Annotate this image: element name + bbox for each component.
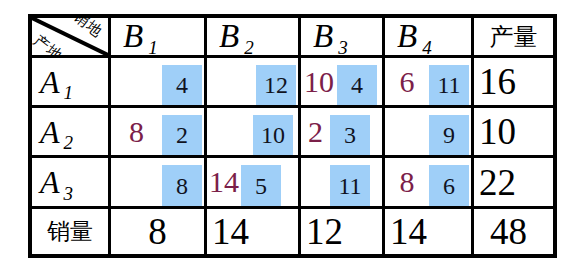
cell-A2-B3: 2 3 <box>301 108 382 155</box>
col-header-sub: 3 <box>338 38 348 55</box>
cell-A3-B3: 11 <box>301 158 382 206</box>
cell-A1-B4: 6 11 <box>385 58 471 105</box>
unit-cost-value: 11 <box>429 65 469 105</box>
demand-B4: 14 <box>385 209 471 254</box>
col-header-B1: B1 <box>111 18 204 55</box>
allocation-value: 6 <box>385 67 429 97</box>
cell-A1-B1: 4 <box>111 58 204 105</box>
cell-A2-B2: 10 <box>207 108 298 155</box>
unit-cost-value: 5 <box>241 165 281 206</box>
grand-total: 48 <box>474 209 553 254</box>
unit-cost-value: 2 <box>162 115 202 155</box>
col-header-base: B <box>219 20 239 53</box>
row-header-A3: A3 <box>32 158 108 206</box>
col-header-B2: B2 <box>207 18 298 55</box>
cell-A1-B3: 10 4 <box>301 58 382 105</box>
row-header-base: A <box>40 116 60 148</box>
cell-A2-B1: 8 2 <box>111 108 204 155</box>
corner-header-cell: 销地 产地 <box>32 18 108 55</box>
row-header-sub: 1 <box>64 83 74 102</box>
cell-A3-B2: 14 5 <box>207 158 298 206</box>
transportation-table: 销地 产地 B1 B2 B3 B4 产量 A1 4 12 10 4 6 11 1… <box>28 14 557 258</box>
cell-A3-B1: 8 <box>111 158 204 206</box>
col-header-sub: 2 <box>244 38 254 55</box>
supply-header-text: 产量 <box>490 21 538 53</box>
allocation-value: 2 <box>301 117 330 147</box>
col-header-B4: B4 <box>385 18 471 55</box>
cell-A1-B2: 12 <box>207 58 298 105</box>
demand-B2: 14 <box>207 209 298 254</box>
col-header-base: B <box>313 20 333 53</box>
supply-A1: 16 <box>474 58 553 105</box>
unit-cost-value: 4 <box>162 65 202 105</box>
col-header-sub: 1 <box>148 38 158 55</box>
row-header-sub: 2 <box>64 133 74 152</box>
unit-cost-value: 11 <box>330 165 370 206</box>
row-header-base: A <box>40 66 60 98</box>
col-header-base: B <box>397 20 417 53</box>
col-header-sub: 4 <box>422 38 432 55</box>
row-header-base: A <box>40 166 60 198</box>
cell-A3-B4: 8 6 <box>385 158 471 206</box>
cell-A2-B4: 9 <box>385 108 471 155</box>
demand-B3: 12 <box>301 209 382 254</box>
demand-B1: 8 <box>111 209 204 254</box>
unit-cost-value: 6 <box>429 165 469 206</box>
unit-cost-value: 4 <box>337 65 377 105</box>
allocation-value: 8 <box>111 117 162 147</box>
demand-label-text: 销量 <box>47 216 93 247</box>
unit-cost-value: 8 <box>162 165 202 206</box>
unit-cost-value: 10 <box>253 115 293 155</box>
allocation-value: 8 <box>385 167 429 197</box>
unit-cost-value: 3 <box>330 115 370 155</box>
allocation-value: 14 <box>207 167 241 197</box>
supply-column-header: 产量 <box>474 18 553 55</box>
col-header-base: B <box>123 20 143 53</box>
col-header-B3: B3 <box>301 18 382 55</box>
unit-cost-value: 9 <box>429 115 469 155</box>
supply-A3: 22 <box>474 158 553 206</box>
row-header-A2: A2 <box>32 108 108 155</box>
allocation-value: 10 <box>301 67 337 97</box>
demand-row-header: 销量 <box>32 209 108 254</box>
row-header-sub: 3 <box>64 184 74 203</box>
supply-A2: 10 <box>474 108 553 155</box>
unit-cost-value: 12 <box>256 65 296 105</box>
row-header-A1: A1 <box>32 58 108 105</box>
